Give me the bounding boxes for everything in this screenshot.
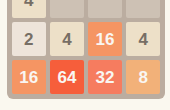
tile-4: 4 <box>12 0 46 18</box>
tile-2: 2 <box>12 22 46 56</box>
game-board-2048[interactable]: 4241641664328 <box>7 0 165 99</box>
tile-16: 16 <box>88 22 122 56</box>
game-viewport: 4241641664328 <box>0 0 170 110</box>
empty-cell <box>88 0 122 18</box>
tile-4: 4 <box>50 22 84 56</box>
empty-cell <box>126 0 160 18</box>
empty-cell <box>50 0 84 18</box>
tile-32: 32 <box>88 60 122 94</box>
tile-8: 8 <box>126 60 160 94</box>
tile-4: 4 <box>126 22 160 56</box>
tile-64: 64 <box>50 60 84 94</box>
tile-16: 16 <box>12 60 46 94</box>
